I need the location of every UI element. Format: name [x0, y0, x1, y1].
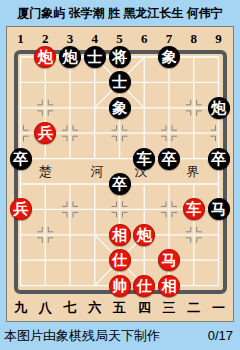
file-label-bottom-9: 一 [212, 300, 225, 315]
file-label-bottom-2: 八 [39, 300, 52, 315]
file-label-top-5: 5 [116, 31, 123, 46]
move-counter: 0/17 [208, 324, 233, 348]
river-label-chu: 楚 [37, 164, 53, 179]
river-label-jie: 界 [185, 164, 201, 179]
piece-black-soldier: 卒 [158, 148, 180, 170]
piece-red-elephant: 相 [109, 224, 131, 246]
piece-black-chariot: 车 [133, 148, 155, 170]
file-label-top-7: 7 [166, 31, 173, 46]
piece-red-advisor: 仕 [109, 249, 131, 271]
xiangqi-diagram: 厦门象屿 张学潮 胜 黑龙江长生 何伟宁 楚 河 汉 界 123456789九八… [0, 0, 240, 350]
piece-black-elephant: 象 [109, 97, 131, 119]
file-label-top-2: 2 [42, 31, 49, 46]
file-label-bottom-8: 二 [187, 300, 200, 315]
file-label-top-9: 9 [215, 31, 222, 46]
file-label-bottom-6: 四 [138, 300, 151, 315]
piece-black-horse: 马 [208, 198, 230, 220]
file-label-bottom-4: 六 [88, 300, 101, 315]
file-label-bottom-7: 三 [163, 300, 176, 315]
file-label-bottom-1: 九 [14, 300, 27, 315]
piece-black-soldier: 卒 [10, 148, 32, 170]
piece-red-chariot: 车 [183, 198, 205, 220]
piece-black-cannon: 炮 [59, 46, 81, 68]
piece-red-general: 帅 [109, 275, 131, 297]
piece-black-advisor: 士 [84, 46, 106, 68]
piece-red-soldier: 兵 [34, 122, 56, 144]
piece-red-elephant: 相 [158, 275, 180, 297]
file-label-top-4: 4 [92, 31, 99, 46]
credit-text: 本图片由象棋残局天下制作 [4, 324, 160, 348]
river-label-he: 河 [89, 164, 105, 179]
piece-red-advisor: 仕 [133, 275, 155, 297]
file-label-top-3: 3 [67, 31, 74, 46]
piece-black-soldier: 卒 [208, 148, 230, 170]
piece-black-cannon: 炮 [208, 97, 230, 119]
file-label-top-1: 1 [17, 31, 24, 46]
file-label-bottom-5: 五 [113, 300, 126, 315]
piece-red-soldier: 兵 [10, 198, 32, 220]
match-title: 厦门象屿 张学潮 胜 黑龙江长生 何伟宁 [0, 0, 240, 26]
piece-red-cannon: 炮 [133, 224, 155, 246]
piece-black-advisor: 士 [109, 71, 131, 93]
piece-black-soldier: 卒 [109, 173, 131, 195]
file-label-top-8: 8 [191, 31, 198, 46]
piece-black-elephant: 象 [158, 46, 180, 68]
file-label-top-6: 6 [141, 31, 148, 46]
piece-red-cannon: 炮 [34, 46, 56, 68]
file-label-bottom-3: 七 [64, 300, 77, 315]
piece-black-general: 将 [109, 46, 131, 68]
